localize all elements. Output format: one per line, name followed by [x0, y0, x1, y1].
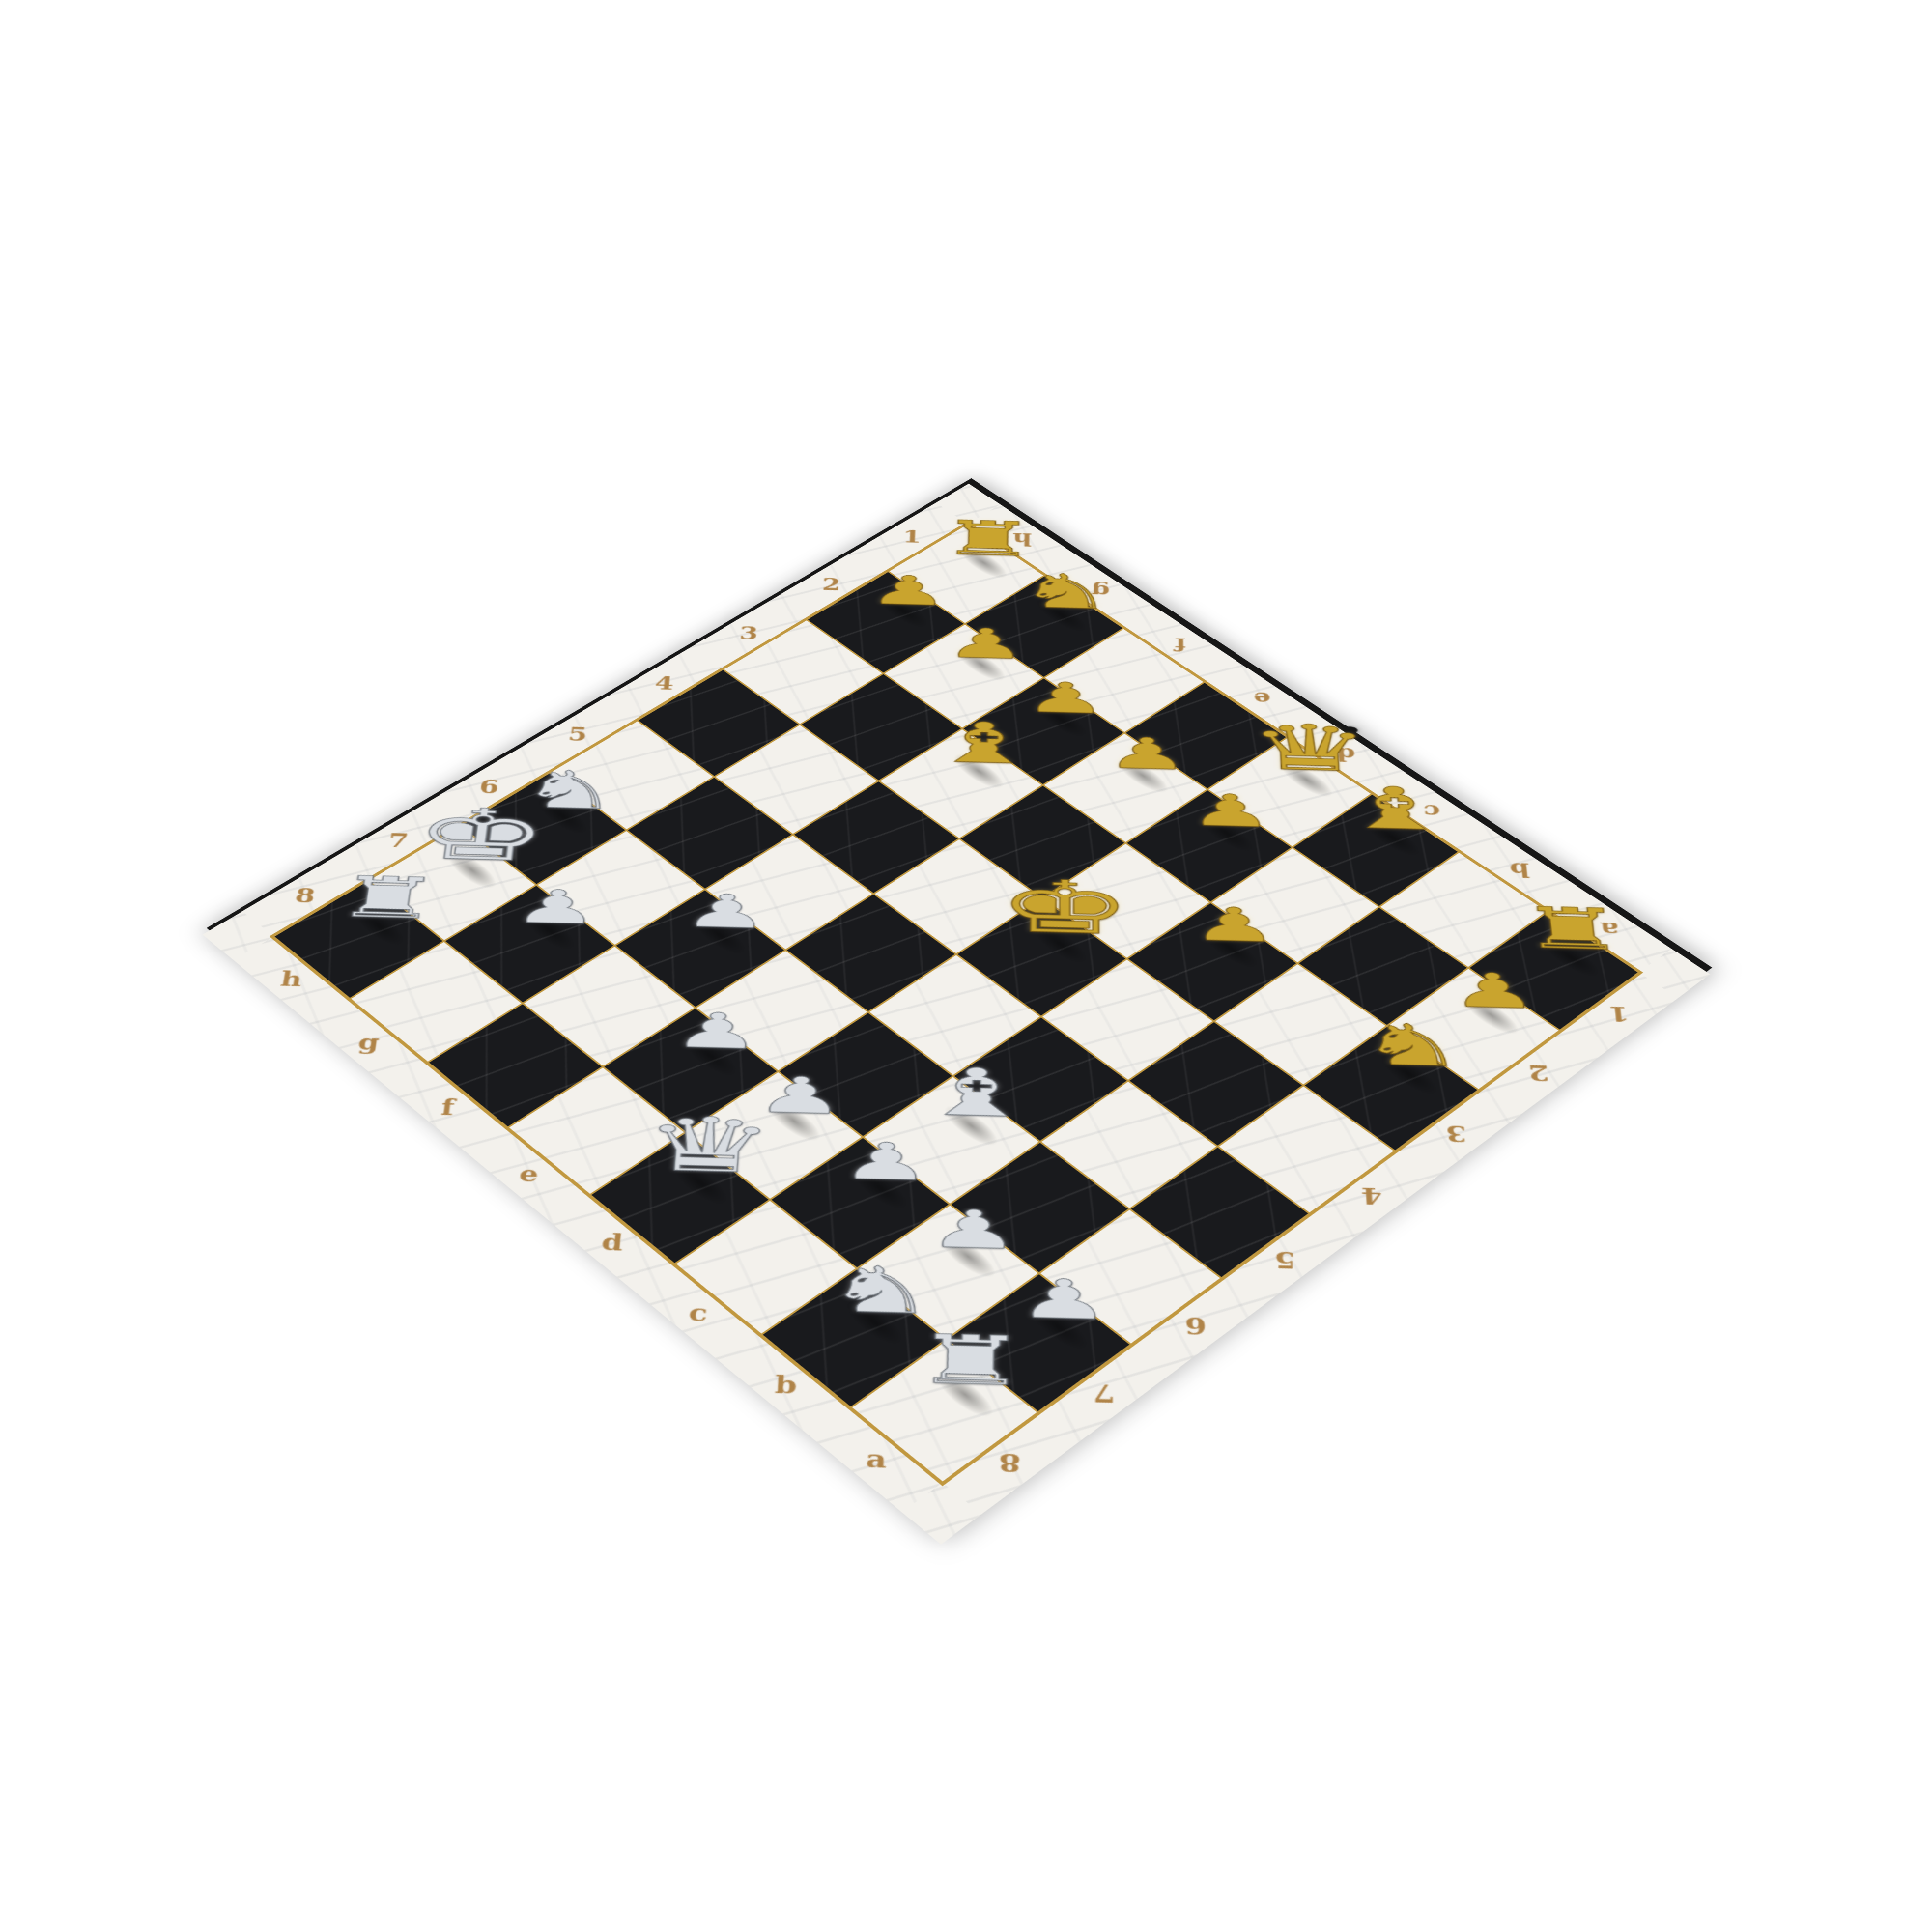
coordinate-label-text: b	[1508, 859, 1530, 882]
coordinate-label-text: f	[1174, 634, 1186, 654]
silver-pawn-glyph: ♟	[682, 888, 772, 936]
coordinate-label-text: b	[774, 1371, 798, 1400]
gold-rook-glyph: ♜	[1518, 899, 1629, 958]
coordinate-label-text: 8	[999, 1448, 1022, 1477]
coordinate-label-text: e	[518, 1161, 540, 1187]
coordinate-label-text: h	[278, 967, 303, 991]
silver-bishop-glyph: ♝	[917, 1059, 1036, 1127]
gold-rook-glyph: ♜	[940, 514, 1037, 563]
gold-queen-glyph: ♛	[1248, 715, 1374, 781]
coordinate-label-text: c	[687, 1299, 708, 1327]
gold-pawn-glyph: ♟	[946, 623, 1028, 666]
silver-king-glyph: ♚	[410, 798, 553, 871]
coordinate-label-text: 7	[1094, 1379, 1116, 1408]
coordinate-label-text: 8	[294, 884, 318, 907]
coordinate-label-text: e	[1253, 688, 1271, 709]
coordinate-label-text: 2	[822, 574, 841, 594]
coordinate-label-text: 5	[1274, 1246, 1296, 1273]
silver-knight-glyph: ♞	[825, 1258, 937, 1323]
coordinate-label-text: 3	[1445, 1122, 1468, 1148]
silver-pawn-glyph: ♟	[511, 884, 602, 932]
coordinate-label-text: 3	[739, 623, 759, 644]
silver-pawn-glyph: ♟	[1017, 1272, 1111, 1328]
coordinate-label-text: d	[600, 1229, 624, 1256]
playing-area: ♜♞♛♜♟♟♟♟♟♟♚♝♟♞♚♞♟♝♟♟♟♟♟♟♜♝♛♞♜	[273, 524, 1639, 1482]
gold-pawn-glyph: ♟	[1188, 788, 1273, 835]
gold-pawn-glyph: ♟	[867, 570, 949, 611]
gold-bishop-glyph: ♝	[929, 714, 1039, 773]
silver-pawn-glyph: ♟	[927, 1203, 1020, 1258]
coordinate-label-text: g	[356, 1030, 381, 1055]
gold-pawn-glyph: ♟	[1449, 966, 1540, 1015]
coordinate-label-text: 6	[1185, 1312, 1207, 1340]
coordinate-label-text: a	[866, 1445, 888, 1474]
coordinate-label-text: 4	[654, 672, 675, 694]
gold-pawn-glyph: ♟	[1106, 731, 1189, 776]
silver-pawn-glyph: ♟	[671, 1007, 763, 1057]
gold-bishop-glyph: ♝	[1339, 779, 1453, 839]
gold-knight-glyph: ♞	[1358, 1015, 1466, 1075]
silver-rook-glyph: ♜	[913, 1325, 1029, 1396]
coordinate-label-text: 5	[567, 724, 588, 746]
chess-board: abcdefgh abcdefgh 87654321 87654321 ♜♞♛♜…	[203, 484, 1711, 1545]
silver-rook-glyph: ♜	[331, 868, 444, 926]
product-photo-scene: abcdefgh abcdefgh 87654321 87654321 ♜♞♛♜…	[0, 0, 1932, 1932]
gold-knight-glyph: ♞	[1019, 567, 1114, 616]
coordinate-label-text: 2	[1527, 1061, 1550, 1086]
coordinate-label-text: f	[440, 1094, 456, 1120]
coordinate-label-text: 4	[1361, 1183, 1384, 1209]
gold-king-glyph: ♚	[997, 869, 1133, 945]
coordinate-label-text: 7	[387, 829, 411, 852]
coordinate-label-text: 1	[902, 526, 922, 547]
coordinate-label-text: 1	[1607, 1002, 1631, 1026]
silver-pawn-glyph: ♟	[839, 1136, 932, 1189]
silver-queen-glyph: ♛	[639, 1106, 778, 1184]
gold-pawn-glyph: ♟	[1191, 901, 1279, 950]
